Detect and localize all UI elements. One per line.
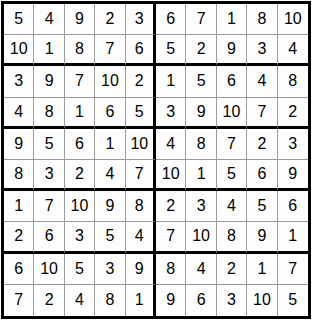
- cell-r5c6: 4: [156, 129, 186, 160]
- cell-r8c9: 9: [247, 222, 277, 253]
- cell-r9c9: 1: [247, 254, 277, 285]
- cell-r10c4: 8: [95, 285, 125, 316]
- cell-r5c4: 1: [95, 129, 125, 160]
- cell-r3c9: 4: [247, 66, 277, 97]
- sudoku-board-wrapper: 5492367181010187652934397102156484816539…: [0, 0, 312, 320]
- cell-r3c10: 8: [278, 66, 308, 97]
- cell-r10c9: 10: [247, 285, 277, 316]
- cell-r9c10: 7: [278, 254, 308, 285]
- cell-r1c5: 3: [126, 4, 156, 35]
- cell-r6c8: 5: [217, 160, 247, 191]
- cell-r8c1: 2: [4, 222, 34, 253]
- cell-r2c10: 4: [278, 35, 308, 66]
- cell-r3c3: 7: [65, 66, 95, 97]
- cell-r5c7: 8: [186, 129, 216, 160]
- cell-r4c2: 8: [34, 98, 64, 129]
- cell-r6c2: 3: [34, 160, 64, 191]
- cell-r4c4: 6: [95, 98, 125, 129]
- cell-r8c8: 8: [217, 222, 247, 253]
- cell-r10c1: 7: [4, 285, 34, 316]
- cell-r8c5: 4: [126, 222, 156, 253]
- cell-r5c2: 5: [34, 129, 64, 160]
- cell-r10c6: 9: [156, 285, 186, 316]
- cell-r9c6: 8: [156, 254, 186, 285]
- cell-r8c6: 7: [156, 222, 186, 253]
- cell-r2c9: 3: [247, 35, 277, 66]
- cell-r3c1: 3: [4, 66, 34, 97]
- cell-r2c8: 9: [217, 35, 247, 66]
- cell-r4c9: 7: [247, 98, 277, 129]
- cell-r7c9: 5: [247, 191, 277, 222]
- cell-r5c8: 7: [217, 129, 247, 160]
- cell-r4c1: 4: [4, 98, 34, 129]
- cell-r5c9: 2: [247, 129, 277, 160]
- cell-r6c6: 10: [156, 160, 186, 191]
- cell-r9c5: 9: [126, 254, 156, 285]
- cell-r7c7: 3: [186, 191, 216, 222]
- cell-r1c9: 8: [247, 4, 277, 35]
- cell-r9c2: 10: [34, 254, 64, 285]
- cell-r7c1: 1: [4, 191, 34, 222]
- cell-r2c4: 7: [95, 35, 125, 66]
- cell-r1c6: 6: [156, 4, 186, 35]
- cell-r7c5: 8: [126, 191, 156, 222]
- cell-r7c2: 7: [34, 191, 64, 222]
- cell-r6c5: 7: [126, 160, 156, 191]
- cell-r7c8: 4: [217, 191, 247, 222]
- cell-r4c7: 9: [186, 98, 216, 129]
- cell-r9c1: 6: [4, 254, 34, 285]
- cell-r2c6: 5: [156, 35, 186, 66]
- cell-r5c1: 9: [4, 129, 34, 160]
- cell-r4c3: 1: [65, 98, 95, 129]
- cell-r1c3: 9: [65, 4, 95, 35]
- cell-r3c6: 1: [156, 66, 186, 97]
- cell-r6c1: 8: [4, 160, 34, 191]
- cell-r1c8: 1: [217, 4, 247, 35]
- cell-r9c8: 2: [217, 254, 247, 285]
- cell-r1c4: 2: [95, 4, 125, 35]
- cell-r10c5: 1: [126, 285, 156, 316]
- cell-r3c2: 9: [34, 66, 64, 97]
- cell-r2c2: 1: [34, 35, 64, 66]
- cell-r7c6: 2: [156, 191, 186, 222]
- cell-r1c1: 5: [4, 4, 34, 35]
- cell-r4c6: 3: [156, 98, 186, 129]
- sudoku-board: 5492367181010187652934397102156484816539…: [1, 1, 311, 319]
- cell-r1c2: 4: [34, 4, 64, 35]
- cell-r8c4: 5: [95, 222, 125, 253]
- cell-r8c10: 1: [278, 222, 308, 253]
- cell-r6c3: 2: [65, 160, 95, 191]
- cell-r1c10: 10: [278, 4, 308, 35]
- cell-r9c3: 5: [65, 254, 95, 285]
- cell-r2c3: 8: [65, 35, 95, 66]
- cell-r7c3: 10: [65, 191, 95, 222]
- cell-r3c4: 10: [95, 66, 125, 97]
- cell-r4c10: 2: [278, 98, 308, 129]
- cell-r9c4: 3: [95, 254, 125, 285]
- cell-r10c2: 2: [34, 285, 64, 316]
- cell-r10c8: 3: [217, 285, 247, 316]
- cell-r3c8: 6: [217, 66, 247, 97]
- cell-r10c10: 5: [278, 285, 308, 316]
- cell-r2c7: 2: [186, 35, 216, 66]
- cell-r5c10: 3: [278, 129, 308, 160]
- cell-r7c10: 6: [278, 191, 308, 222]
- cell-r2c5: 6: [126, 35, 156, 66]
- cell-r5c5: 10: [126, 129, 156, 160]
- cell-r5c3: 6: [65, 129, 95, 160]
- cell-r4c5: 5: [126, 98, 156, 129]
- cell-r6c10: 9: [278, 160, 308, 191]
- cell-r2c1: 10: [4, 35, 34, 66]
- cell-r6c9: 6: [247, 160, 277, 191]
- cell-r10c3: 4: [65, 285, 95, 316]
- cell-r8c3: 3: [65, 222, 95, 253]
- cell-r4c8: 10: [217, 98, 247, 129]
- cell-r3c5: 2: [126, 66, 156, 97]
- cell-r7c4: 9: [95, 191, 125, 222]
- cell-r10c7: 6: [186, 285, 216, 316]
- cell-r8c7: 10: [186, 222, 216, 253]
- cell-r9c7: 4: [186, 254, 216, 285]
- cell-r1c7: 7: [186, 4, 216, 35]
- cell-r6c7: 1: [186, 160, 216, 191]
- cell-r8c2: 6: [34, 222, 64, 253]
- cell-r6c4: 4: [95, 160, 125, 191]
- cell-r3c7: 5: [186, 66, 216, 97]
